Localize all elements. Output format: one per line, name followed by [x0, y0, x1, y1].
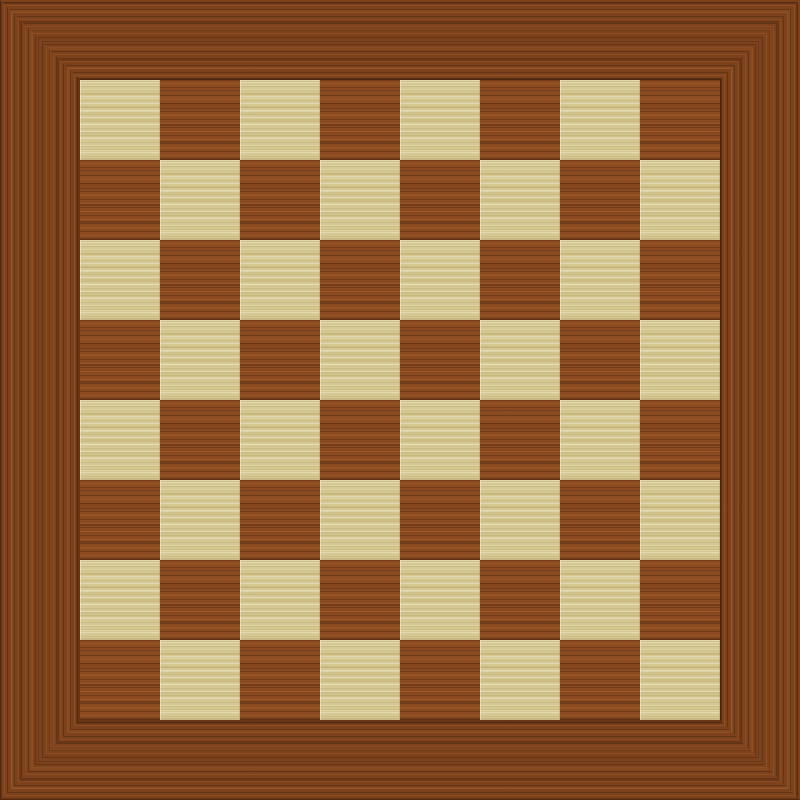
square-f2[interactable]	[480, 560, 560, 640]
square-f7[interactable]	[480, 160, 560, 240]
square-e6[interactable]	[400, 240, 480, 320]
square-d8[interactable]	[320, 80, 400, 160]
square-e2[interactable]	[400, 560, 480, 640]
square-g1[interactable]	[560, 640, 640, 720]
square-b3[interactable]	[160, 480, 240, 560]
square-f8[interactable]	[480, 80, 560, 160]
square-a6[interactable]	[80, 240, 160, 320]
square-g2[interactable]	[560, 560, 640, 640]
square-e1[interactable]	[400, 640, 480, 720]
square-f5[interactable]	[480, 320, 560, 400]
square-c1[interactable]	[240, 640, 320, 720]
square-h6[interactable]	[640, 240, 720, 320]
square-a7[interactable]	[80, 160, 160, 240]
square-g4[interactable]	[560, 400, 640, 480]
square-d3[interactable]	[320, 480, 400, 560]
square-h5[interactable]	[640, 320, 720, 400]
board-frame-top	[0, 0, 800, 80]
square-c8[interactable]	[240, 80, 320, 160]
square-c6[interactable]	[240, 240, 320, 320]
square-h8[interactable]	[640, 80, 720, 160]
square-d6[interactable]	[320, 240, 400, 320]
square-b4[interactable]	[160, 400, 240, 480]
square-b6[interactable]	[160, 240, 240, 320]
square-a5[interactable]	[80, 320, 160, 400]
square-f6[interactable]	[480, 240, 560, 320]
square-e7[interactable]	[400, 160, 480, 240]
square-g6[interactable]	[560, 240, 640, 320]
square-h3[interactable]	[640, 480, 720, 560]
board-frame-bottom	[0, 720, 800, 800]
square-c5[interactable]	[240, 320, 320, 400]
square-b5[interactable]	[160, 320, 240, 400]
square-g3[interactable]	[560, 480, 640, 560]
square-a8[interactable]	[80, 80, 160, 160]
square-f1[interactable]	[480, 640, 560, 720]
square-c4[interactable]	[240, 400, 320, 480]
square-e4[interactable]	[400, 400, 480, 480]
square-d4[interactable]	[320, 400, 400, 480]
square-h4[interactable]	[640, 400, 720, 480]
square-d7[interactable]	[320, 160, 400, 240]
square-h1[interactable]	[640, 640, 720, 720]
square-h7[interactable]	[640, 160, 720, 240]
square-c2[interactable]	[240, 560, 320, 640]
square-f4[interactable]	[480, 400, 560, 480]
square-a4[interactable]	[80, 400, 160, 480]
square-e5[interactable]	[400, 320, 480, 400]
square-a3[interactable]	[80, 480, 160, 560]
square-b1[interactable]	[160, 640, 240, 720]
square-f3[interactable]	[480, 480, 560, 560]
board-grid	[80, 80, 720, 720]
square-h2[interactable]	[640, 560, 720, 640]
square-b8[interactable]	[160, 80, 240, 160]
chessboard	[0, 0, 800, 800]
square-c7[interactable]	[240, 160, 320, 240]
square-d1[interactable]	[320, 640, 400, 720]
square-e8[interactable]	[400, 80, 480, 160]
square-a1[interactable]	[80, 640, 160, 720]
square-g7[interactable]	[560, 160, 640, 240]
board-frame-right	[720, 0, 800, 800]
square-a2[interactable]	[80, 560, 160, 640]
square-g5[interactable]	[560, 320, 640, 400]
square-g8[interactable]	[560, 80, 640, 160]
square-b7[interactable]	[160, 160, 240, 240]
square-b2[interactable]	[160, 560, 240, 640]
square-d2[interactable]	[320, 560, 400, 640]
square-c3[interactable]	[240, 480, 320, 560]
square-d5[interactable]	[320, 320, 400, 400]
square-e3[interactable]	[400, 480, 480, 560]
board-frame-left	[0, 0, 80, 800]
